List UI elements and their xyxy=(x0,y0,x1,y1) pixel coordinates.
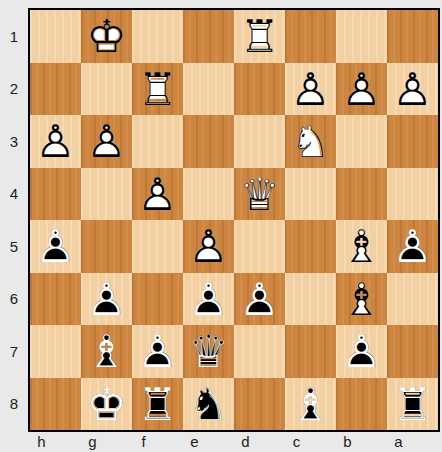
black-rook-glyph-fill: ♜ xyxy=(132,378,183,431)
black-pawn-piece[interactable]: ♟♙ xyxy=(132,325,183,378)
square-g8[interactable]: ♚♔ xyxy=(81,378,132,431)
black-pawn-piece[interactable]: ♟♙ xyxy=(30,220,81,273)
black-pawn-glyph-fill: ♟ xyxy=(234,273,285,326)
rank-label-6: 6 xyxy=(0,273,28,326)
white-pawn-glyph-fill: ♟ xyxy=(285,63,336,116)
black-pawn-piece[interactable]: ♟♙ xyxy=(81,273,132,326)
square-g5[interactable] xyxy=(81,220,132,273)
black-bishop-piece[interactable]: ♝♗ xyxy=(81,325,132,378)
square-h2[interactable] xyxy=(30,63,81,116)
square-c2[interactable]: ♟♙ xyxy=(285,63,336,116)
square-h4[interactable] xyxy=(30,168,81,221)
rank-label-5: 5 xyxy=(0,220,28,273)
square-f2[interactable]: ♜♖ xyxy=(132,63,183,116)
black-rook-glyph-outline: ♖ xyxy=(387,378,438,431)
square-c1[interactable] xyxy=(285,10,336,63)
square-f3[interactable] xyxy=(132,115,183,168)
square-f5[interactable] xyxy=(132,220,183,273)
black-king-glyph-outline: ♔ xyxy=(81,378,132,431)
black-pawn-glyph-fill: ♟ xyxy=(81,273,132,326)
white-bishop-glyph-fill: ♝ xyxy=(336,220,387,273)
rank-label-3: 3 xyxy=(0,115,28,168)
chess-board-page: 12345678 ♚♔♜♖♜♖♟♙♟♙♟♙♟♙♟♙♞♘♟♙♛♕♟♙♟♙♝♗♟♙♟… xyxy=(0,0,442,452)
square-a7[interactable] xyxy=(387,325,438,378)
black-pawn-piece[interactable]: ♟♙ xyxy=(183,273,234,326)
square-e6[interactable]: ♟♙ xyxy=(183,273,234,326)
square-d8[interactable] xyxy=(234,378,285,431)
square-a6[interactable] xyxy=(387,273,438,326)
white-pawn-piece[interactable]: ♟♙ xyxy=(183,220,234,273)
square-b5[interactable]: ♝♗ xyxy=(336,220,387,273)
black-knight-glyph-outline: ♘ xyxy=(183,378,234,431)
black-knight-glyph-fill: ♞ xyxy=(183,378,234,431)
square-h7[interactable] xyxy=(30,325,81,378)
square-b3[interactable] xyxy=(336,115,387,168)
square-d6[interactable]: ♟♙ xyxy=(234,273,285,326)
square-b6[interactable]: ♝♗ xyxy=(336,273,387,326)
black-pawn-glyph-fill: ♟ xyxy=(30,220,81,273)
square-g7[interactable]: ♝♗ xyxy=(81,325,132,378)
square-h5[interactable]: ♟♙ xyxy=(30,220,81,273)
black-queen-glyph-fill: ♛ xyxy=(183,325,234,378)
white-pawn-piece[interactable]: ♟♙ xyxy=(81,115,132,168)
square-e3[interactable] xyxy=(183,115,234,168)
black-bishop-glyph-outline: ♗ xyxy=(81,325,132,378)
square-g3[interactable]: ♟♙ xyxy=(81,115,132,168)
square-c4[interactable] xyxy=(285,168,336,221)
white-rook-piece[interactable]: ♜♖ xyxy=(132,63,183,116)
white-rook-glyph-fill: ♜ xyxy=(132,63,183,116)
square-d5[interactable] xyxy=(234,220,285,273)
white-pawn-piece[interactable]: ♟♙ xyxy=(285,63,336,116)
square-b4[interactable] xyxy=(336,168,387,221)
square-g1[interactable]: ♚♔ xyxy=(81,10,132,63)
white-knight-glyph-outline: ♘ xyxy=(285,115,336,168)
square-c8[interactable]: ♝♗ xyxy=(285,378,336,431)
file-label-c: c xyxy=(271,431,322,452)
black-queen-piece[interactable]: ♛♕ xyxy=(183,325,234,378)
file-labels: hgfedcba xyxy=(16,431,424,452)
square-f4[interactable]: ♟♙ xyxy=(132,168,183,221)
square-h1[interactable] xyxy=(30,10,81,63)
black-king-piece[interactable]: ♚♔ xyxy=(81,378,132,431)
square-c5[interactable] xyxy=(285,220,336,273)
white-king-piece[interactable]: ♚♔ xyxy=(81,10,132,63)
square-a8[interactable]: ♜♖ xyxy=(387,378,438,431)
square-b2[interactable]: ♟♙ xyxy=(336,63,387,116)
square-f8[interactable]: ♜♖ xyxy=(132,378,183,431)
white-pawn-glyph-outline: ♙ xyxy=(30,115,81,168)
white-rook-glyph-outline: ♖ xyxy=(132,63,183,116)
square-e2[interactable] xyxy=(183,63,234,116)
square-f6[interactable] xyxy=(132,273,183,326)
white-rook-glyph-fill: ♜ xyxy=(234,10,285,63)
square-g2[interactable] xyxy=(81,63,132,116)
file-label-a: a xyxy=(373,431,424,452)
black-king-glyph-fill: ♚ xyxy=(81,378,132,431)
square-f1[interactable] xyxy=(132,10,183,63)
square-h3[interactable]: ♟♙ xyxy=(30,115,81,168)
square-a3[interactable] xyxy=(387,115,438,168)
square-e1[interactable] xyxy=(183,10,234,63)
black-pawn-glyph-outline: ♙ xyxy=(336,325,387,378)
rank-label-4: 4 xyxy=(0,168,28,221)
square-d4[interactable]: ♛♕ xyxy=(234,168,285,221)
black-pawn-glyph-outline: ♙ xyxy=(132,325,183,378)
square-a2[interactable]: ♟♙ xyxy=(387,63,438,116)
square-a5[interactable]: ♟♙ xyxy=(387,220,438,273)
black-pawn-glyph-outline: ♙ xyxy=(183,273,234,326)
white-king-glyph-outline: ♔ xyxy=(81,10,132,63)
white-bishop-piece[interactable]: ♝♗ xyxy=(336,220,387,273)
rank-label-7: 7 xyxy=(0,325,28,378)
square-e8[interactable]: ♞♘ xyxy=(183,378,234,431)
square-d2[interactable] xyxy=(234,63,285,116)
white-pawn-glyph-fill: ♟ xyxy=(183,220,234,273)
file-label-d: d xyxy=(220,431,271,452)
file-label-h: h xyxy=(16,431,67,452)
black-queen-glyph-outline: ♕ xyxy=(183,325,234,378)
square-c6[interactable] xyxy=(285,273,336,326)
black-knight-piece[interactable]: ♞♘ xyxy=(183,378,234,431)
black-pawn-glyph-outline: ♙ xyxy=(387,220,438,273)
square-c7[interactable] xyxy=(285,325,336,378)
white-bishop-glyph-outline: ♗ xyxy=(336,220,387,273)
square-e4[interactable] xyxy=(183,168,234,221)
white-pawn-glyph-fill: ♟ xyxy=(132,168,183,221)
white-knight-glyph-fill: ♞ xyxy=(285,115,336,168)
square-b8[interactable] xyxy=(336,378,387,431)
black-pawn-piece[interactable]: ♟♙ xyxy=(336,325,387,378)
rank-label-8: 8 xyxy=(0,378,28,431)
square-f7[interactable]: ♟♙ xyxy=(132,325,183,378)
square-d1[interactable]: ♜♖ xyxy=(234,10,285,63)
white-pawn-glyph-fill: ♟ xyxy=(81,115,132,168)
rank-label-2: 2 xyxy=(0,63,28,116)
black-pawn-glyph-fill: ♟ xyxy=(336,325,387,378)
black-bishop-glyph-outline: ♗ xyxy=(285,378,336,431)
white-pawn-glyph-outline: ♙ xyxy=(132,168,183,221)
white-pawn-glyph-fill: ♟ xyxy=(30,115,81,168)
file-label-b: b xyxy=(322,431,373,452)
white-pawn-piece[interactable]: ♟♙ xyxy=(387,63,438,116)
white-pawn-piece[interactable]: ♟♙ xyxy=(132,168,183,221)
white-pawn-glyph-outline: ♙ xyxy=(81,115,132,168)
black-pawn-glyph-fill: ♟ xyxy=(387,220,438,273)
square-a1[interactable] xyxy=(387,10,438,63)
square-c3[interactable]: ♞♘ xyxy=(285,115,336,168)
black-rook-piece[interactable]: ♜♖ xyxy=(132,378,183,431)
white-queen-glyph-outline: ♕ xyxy=(234,168,285,221)
black-pawn-glyph-fill: ♟ xyxy=(183,273,234,326)
white-pawn-piece[interactable]: ♟♙ xyxy=(336,63,387,116)
black-pawn-glyph-fill: ♟ xyxy=(132,325,183,378)
white-rook-glyph-outline: ♖ xyxy=(234,10,285,63)
chess-board: ♚♔♜♖♜♖♟♙♟♙♟♙♟♙♟♙♞♘♟♙♛♕♟♙♟♙♝♗♟♙♟♙♟♙♟♙♝♗♝♗… xyxy=(28,8,440,432)
white-queen-glyph-fill: ♛ xyxy=(234,168,285,221)
square-b7[interactable]: ♟♙ xyxy=(336,325,387,378)
square-d7[interactable] xyxy=(234,325,285,378)
white-rook-piece[interactable]: ♜♖ xyxy=(234,10,285,63)
black-pawn-glyph-outline: ♙ xyxy=(30,220,81,273)
white-pawn-glyph-outline: ♙ xyxy=(336,63,387,116)
rank-labels: 12345678 xyxy=(0,10,28,430)
white-king-glyph-fill: ♚ xyxy=(81,10,132,63)
black-bishop-glyph-fill: ♝ xyxy=(285,378,336,431)
white-bishop-glyph-outline: ♗ xyxy=(336,273,387,326)
square-a4[interactable] xyxy=(387,168,438,221)
file-label-e: e xyxy=(169,431,220,452)
black-pawn-glyph-outline: ♙ xyxy=(234,273,285,326)
white-bishop-glyph-fill: ♝ xyxy=(336,273,387,326)
square-h6[interactable] xyxy=(30,273,81,326)
black-rook-piece[interactable]: ♜♖ xyxy=(387,378,438,431)
square-e5[interactable]: ♟♙ xyxy=(183,220,234,273)
white-pawn-glyph-outline: ♙ xyxy=(285,63,336,116)
black-rook-glyph-outline: ♖ xyxy=(132,378,183,431)
square-g4[interactable] xyxy=(81,168,132,221)
square-e7[interactable]: ♛♕ xyxy=(183,325,234,378)
white-pawn-glyph-fill: ♟ xyxy=(387,63,438,116)
black-rook-glyph-fill: ♜ xyxy=(387,378,438,431)
white-pawn-glyph-fill: ♟ xyxy=(336,63,387,116)
black-pawn-piece[interactable]: ♟♙ xyxy=(234,273,285,326)
white-knight-piece[interactable]: ♞♘ xyxy=(285,115,336,168)
white-pawn-glyph-outline: ♙ xyxy=(183,220,234,273)
black-bishop-glyph-fill: ♝ xyxy=(81,325,132,378)
black-bishop-piece[interactable]: ♝♗ xyxy=(285,378,336,431)
white-pawn-glyph-outline: ♙ xyxy=(387,63,438,116)
rank-label-1: 1 xyxy=(0,10,28,63)
square-g6[interactable]: ♟♙ xyxy=(81,273,132,326)
file-label-g: g xyxy=(67,431,118,452)
square-b1[interactable] xyxy=(336,10,387,63)
black-pawn-piece[interactable]: ♟♙ xyxy=(387,220,438,273)
white-pawn-piece[interactable]: ♟♙ xyxy=(30,115,81,168)
white-queen-piece[interactable]: ♛♕ xyxy=(234,168,285,221)
black-pawn-glyph-outline: ♙ xyxy=(81,273,132,326)
file-label-f: f xyxy=(118,431,169,452)
square-d3[interactable] xyxy=(234,115,285,168)
white-bishop-piece[interactable]: ♝♗ xyxy=(336,273,387,326)
square-h8[interactable] xyxy=(30,378,81,431)
